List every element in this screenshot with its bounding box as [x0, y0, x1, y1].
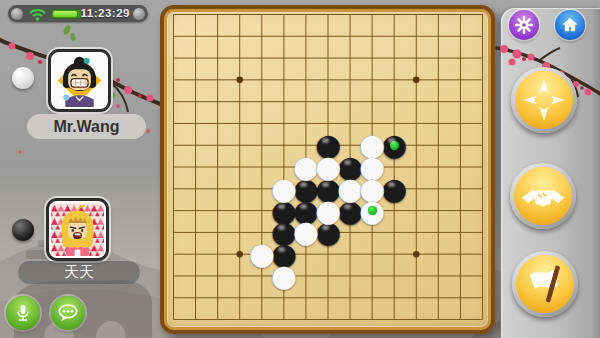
microphone-icon: [12, 302, 34, 324]
white-stone: ●: [295, 221, 317, 243]
white-stone: ●: [273, 265, 295, 287]
chat-bubble-icon: [56, 302, 80, 324]
player-name-bottom: 天天: [18, 261, 140, 284]
white-stone-indicator: [12, 67, 34, 89]
battery-icon: [51, 9, 82, 19]
avatar-tiantian[interactable]: [46, 198, 109, 261]
gomoku-board[interactable]: ●●●●●●●●●●●●●●●●●●●●●●●●: [160, 5, 495, 334]
last-move-marker: [368, 206, 377, 215]
avatar-mr-wang-image: [53, 54, 106, 107]
white-stone: ●: [317, 200, 339, 222]
direction-arrows-icon: [518, 74, 570, 126]
voice-button[interactable]: [6, 296, 40, 330]
white-stone: ●: [295, 156, 317, 178]
draw-handshake-button[interactable]: [510, 163, 576, 229]
status-bar-left-knob: [11, 8, 23, 20]
black-stone-indicator: [12, 219, 34, 241]
game-screen: 11:23:29 Mr.Wang: [0, 0, 600, 338]
black-stone: ●: [383, 134, 405, 156]
white-stone: ●: [251, 243, 273, 265]
wifi-icon: [28, 7, 47, 21]
gear-icon: [514, 15, 534, 35]
stones-layer: ●●●●●●●●●●●●●●●●●●●●●●●●: [163, 4, 494, 331]
home-button[interactable]: [555, 10, 585, 40]
status-bar: 11:23:29: [8, 5, 148, 22]
black-stone: ●: [383, 178, 405, 200]
white-stone: ●: [361, 200, 383, 222]
white-stone: ●: [339, 178, 361, 200]
handshake-icon: [517, 170, 569, 222]
direction-arrows-button[interactable]: [511, 67, 577, 133]
avatar-tiantian-image: [51, 203, 104, 256]
white-stone: ●: [317, 156, 339, 178]
last-move-marker: [390, 141, 399, 150]
home-icon: [560, 15, 580, 35]
clock-time: 11:23:29: [81, 5, 130, 22]
chat-button[interactable]: [51, 296, 85, 330]
settings-button[interactable]: [509, 10, 539, 40]
avatar-mr-wang[interactable]: [48, 49, 111, 112]
flag-icon: [519, 258, 571, 310]
status-bar-right-knob: [133, 8, 145, 20]
resign-flag-button[interactable]: [512, 251, 578, 317]
white-stone: ●: [273, 178, 295, 200]
player-name-top: Mr.Wang: [27, 114, 146, 139]
